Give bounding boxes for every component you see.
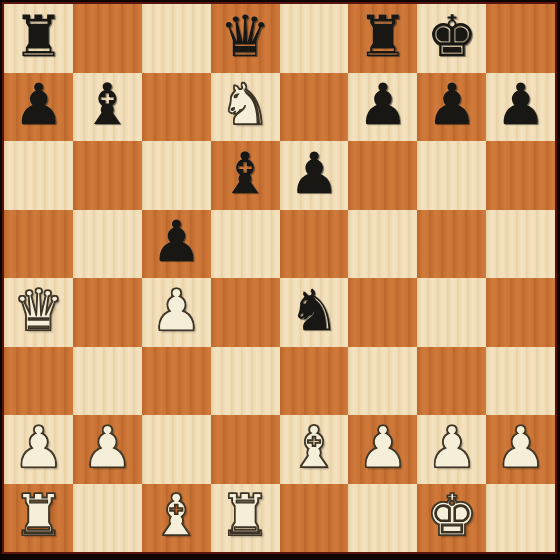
square-d2[interactable] bbox=[211, 415, 280, 484]
square-h2[interactable]: ♟ bbox=[486, 415, 555, 484]
square-g4[interactable] bbox=[417, 278, 486, 347]
square-h1[interactable] bbox=[486, 484, 555, 553]
piece-white-pawn[interactable]: ♟ bbox=[426, 419, 477, 476]
square-a6[interactable] bbox=[4, 141, 73, 210]
piece-white-pawn[interactable]: ♟ bbox=[13, 419, 64, 476]
square-b3[interactable] bbox=[73, 347, 142, 416]
piece-black-bishop[interactable]: ♝ bbox=[220, 145, 271, 202]
square-b5[interactable] bbox=[73, 210, 142, 279]
square-e2[interactable]: ♝ bbox=[280, 415, 349, 484]
square-e6[interactable]: ♟ bbox=[280, 141, 349, 210]
square-h3[interactable] bbox=[486, 347, 555, 416]
piece-black-pawn[interactable]: ♟ bbox=[357, 76, 408, 133]
square-c8[interactable] bbox=[142, 4, 211, 73]
square-g6[interactable] bbox=[417, 141, 486, 210]
square-b7[interactable]: ♝ bbox=[73, 73, 142, 142]
square-f8[interactable]: ♜ bbox=[348, 4, 417, 73]
square-a4[interactable]: ♛ bbox=[4, 278, 73, 347]
square-g2[interactable]: ♟ bbox=[417, 415, 486, 484]
piece-white-king[interactable]: ♚ bbox=[426, 487, 477, 544]
square-d7[interactable]: ♞ bbox=[211, 73, 280, 142]
piece-black-pawn[interactable]: ♟ bbox=[151, 213, 202, 270]
square-e1[interactable] bbox=[280, 484, 349, 553]
square-f1[interactable] bbox=[348, 484, 417, 553]
piece-white-knight[interactable]: ♞ bbox=[220, 76, 271, 133]
square-c4[interactable]: ♟ bbox=[142, 278, 211, 347]
square-f2[interactable]: ♟ bbox=[348, 415, 417, 484]
square-c6[interactable] bbox=[142, 141, 211, 210]
square-f6[interactable] bbox=[348, 141, 417, 210]
piece-black-pawn[interactable]: ♟ bbox=[426, 76, 477, 133]
square-b1[interactable] bbox=[73, 484, 142, 553]
piece-black-pawn[interactable]: ♟ bbox=[13, 76, 64, 133]
square-d6[interactable]: ♝ bbox=[211, 141, 280, 210]
square-d1[interactable]: ♜ bbox=[211, 484, 280, 553]
square-a3[interactable] bbox=[4, 347, 73, 416]
square-a2[interactable]: ♟ bbox=[4, 415, 73, 484]
chess-board-grid: ♜♛♜♚♟♝♞♟♟♟♝♟♟♛♟♞♟♟♝♟♟♟♜♝♜♚ bbox=[2, 2, 557, 554]
square-h6[interactable] bbox=[486, 141, 555, 210]
piece-white-rook[interactable]: ♜ bbox=[13, 487, 64, 544]
square-g8[interactable]: ♚ bbox=[417, 4, 486, 73]
square-a1[interactable]: ♜ bbox=[4, 484, 73, 553]
square-b2[interactable]: ♟ bbox=[73, 415, 142, 484]
piece-white-rook[interactable]: ♜ bbox=[220, 487, 271, 544]
square-g3[interactable] bbox=[417, 347, 486, 416]
square-h4[interactable] bbox=[486, 278, 555, 347]
square-d3[interactable] bbox=[211, 347, 280, 416]
square-g7[interactable]: ♟ bbox=[417, 73, 486, 142]
square-e4[interactable]: ♞ bbox=[280, 278, 349, 347]
square-g5[interactable] bbox=[417, 210, 486, 279]
square-d8[interactable]: ♛ bbox=[211, 4, 280, 73]
piece-white-pawn[interactable]: ♟ bbox=[495, 419, 546, 476]
square-d5[interactable] bbox=[211, 210, 280, 279]
square-h5[interactable] bbox=[486, 210, 555, 279]
square-h7[interactable]: ♟ bbox=[486, 73, 555, 142]
square-f5[interactable] bbox=[348, 210, 417, 279]
piece-white-pawn[interactable]: ♟ bbox=[357, 419, 408, 476]
piece-black-pawn[interactable]: ♟ bbox=[495, 76, 546, 133]
square-e3[interactable] bbox=[280, 347, 349, 416]
piece-white-bishop[interactable]: ♝ bbox=[151, 487, 202, 544]
piece-black-rook[interactable]: ♜ bbox=[357, 8, 408, 65]
square-c5[interactable]: ♟ bbox=[142, 210, 211, 279]
square-c3[interactable] bbox=[142, 347, 211, 416]
square-a5[interactable] bbox=[4, 210, 73, 279]
square-h8[interactable] bbox=[486, 4, 555, 73]
square-c2[interactable] bbox=[142, 415, 211, 484]
square-c1[interactable]: ♝ bbox=[142, 484, 211, 553]
square-b6[interactable] bbox=[73, 141, 142, 210]
chess-board: ♜♛♜♚♟♝♞♟♟♟♝♟♟♛♟♞♟♟♝♟♟♟♜♝♜♚ bbox=[0, 0, 560, 560]
square-b4[interactable] bbox=[73, 278, 142, 347]
piece-white-queen[interactable]: ♛ bbox=[13, 282, 64, 339]
piece-black-bishop[interactable]: ♝ bbox=[82, 76, 133, 133]
piece-white-pawn[interactable]: ♟ bbox=[82, 419, 133, 476]
square-a7[interactable]: ♟ bbox=[4, 73, 73, 142]
piece-black-knight[interactable]: ♞ bbox=[288, 282, 339, 339]
square-f3[interactable] bbox=[348, 347, 417, 416]
square-b8[interactable] bbox=[73, 4, 142, 73]
square-a8[interactable]: ♜ bbox=[4, 4, 73, 73]
square-e7[interactable] bbox=[280, 73, 349, 142]
square-c7[interactable] bbox=[142, 73, 211, 142]
piece-white-bishop[interactable]: ♝ bbox=[288, 419, 339, 476]
piece-black-queen[interactable]: ♛ bbox=[220, 8, 271, 65]
square-d4[interactable] bbox=[211, 278, 280, 347]
piece-white-pawn[interactable]: ♟ bbox=[151, 282, 202, 339]
square-g1[interactable]: ♚ bbox=[417, 484, 486, 553]
square-f7[interactable]: ♟ bbox=[348, 73, 417, 142]
square-e8[interactable] bbox=[280, 4, 349, 73]
square-f4[interactable] bbox=[348, 278, 417, 347]
square-e5[interactable] bbox=[280, 210, 349, 279]
piece-black-rook[interactable]: ♜ bbox=[13, 8, 64, 65]
piece-black-king[interactable]: ♚ bbox=[426, 8, 477, 65]
piece-black-pawn[interactable]: ♟ bbox=[288, 145, 339, 202]
